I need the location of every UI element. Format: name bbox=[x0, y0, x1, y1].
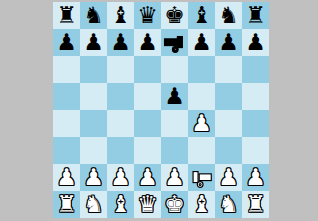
square-f4[interactable]: ♟ bbox=[188, 110, 215, 137]
square-d5[interactable] bbox=[134, 83, 161, 110]
square-f8[interactable]: ♝ bbox=[188, 2, 215, 29]
square-f7[interactable]: ♟ bbox=[188, 29, 215, 56]
white-pawn[interactable]: ♟ bbox=[191, 110, 212, 137]
square-g6[interactable] bbox=[215, 56, 242, 83]
square-g1[interactable]: ♞ bbox=[215, 191, 242, 218]
cannon-icon bbox=[190, 166, 213, 189]
square-h7[interactable]: ♟ bbox=[242, 29, 269, 56]
square-f2[interactable] bbox=[188, 164, 215, 191]
square-a1[interactable]: ♜ bbox=[53, 191, 80, 218]
square-h6[interactable] bbox=[242, 56, 269, 83]
square-c5[interactable] bbox=[107, 83, 134, 110]
square-b1[interactable]: ♞ bbox=[80, 191, 107, 218]
white-pawn[interactable]: ♟ bbox=[56, 164, 77, 191]
square-b7[interactable]: ♟ bbox=[80, 29, 107, 56]
square-h8[interactable]: ♜ bbox=[242, 2, 269, 29]
black-pawn[interactable]: ♟ bbox=[191, 29, 212, 56]
square-a6[interactable] bbox=[53, 56, 80, 83]
square-d8[interactable]: ♛ bbox=[134, 2, 161, 29]
square-c3[interactable] bbox=[107, 137, 134, 164]
square-e7[interactable] bbox=[161, 29, 188, 56]
square-b5[interactable] bbox=[80, 83, 107, 110]
black-cannon[interactable] bbox=[163, 31, 186, 54]
white-pawn[interactable]: ♟ bbox=[245, 164, 266, 191]
square-g7[interactable]: ♟ bbox=[215, 29, 242, 56]
square-a2[interactable]: ♟ bbox=[53, 164, 80, 191]
black-bishop[interactable]: ♝ bbox=[110, 2, 131, 29]
square-d6[interactable] bbox=[134, 56, 161, 83]
square-f6[interactable] bbox=[188, 56, 215, 83]
square-e1[interactable]: ♚ bbox=[161, 191, 188, 218]
white-pawn[interactable]: ♟ bbox=[218, 164, 239, 191]
square-h2[interactable]: ♟ bbox=[242, 164, 269, 191]
black-pawn[interactable]: ♟ bbox=[245, 29, 266, 56]
square-a4[interactable] bbox=[53, 110, 80, 137]
white-pawn[interactable]: ♟ bbox=[110, 164, 131, 191]
black-pawn[interactable]: ♟ bbox=[83, 29, 104, 56]
black-bishop[interactable]: ♝ bbox=[191, 2, 212, 29]
square-f3[interactable] bbox=[188, 137, 215, 164]
square-e6[interactable] bbox=[161, 56, 188, 83]
square-b6[interactable] bbox=[80, 56, 107, 83]
black-pawn[interactable]: ♟ bbox=[110, 29, 131, 56]
black-queen[interactable]: ♛ bbox=[137, 2, 158, 29]
chess-app-window: ♜♞♝♛♚♝♞♜♟♟♟♟♟♟♟♟♟♟♟♟♟♟♟♟♜♞♝♛♚♝♞♜ bbox=[0, 0, 318, 221]
black-rook[interactable]: ♜ bbox=[56, 2, 77, 29]
square-c7[interactable]: ♟ bbox=[107, 29, 134, 56]
square-c6[interactable] bbox=[107, 56, 134, 83]
square-g8[interactable]: ♞ bbox=[215, 2, 242, 29]
chess-board: ♜♞♝♛♚♝♞♜♟♟♟♟♟♟♟♟♟♟♟♟♟♟♟♟♜♞♝♛♚♝♞♜ bbox=[53, 2, 269, 218]
square-e5[interactable]: ♟ bbox=[161, 83, 188, 110]
square-c1[interactable]: ♝ bbox=[107, 191, 134, 218]
square-e8[interactable]: ♚ bbox=[161, 2, 188, 29]
square-c4[interactable] bbox=[107, 110, 134, 137]
black-pawn[interactable]: ♟ bbox=[137, 29, 158, 56]
white-cannon[interactable] bbox=[190, 166, 213, 189]
black-knight[interactable]: ♞ bbox=[83, 2, 104, 29]
black-pawn[interactable]: ♟ bbox=[218, 29, 239, 56]
square-b2[interactable]: ♟ bbox=[80, 164, 107, 191]
white-pawn[interactable]: ♟ bbox=[83, 164, 104, 191]
square-e2[interactable]: ♟ bbox=[161, 164, 188, 191]
square-g5[interactable] bbox=[215, 83, 242, 110]
square-b8[interactable]: ♞ bbox=[80, 2, 107, 29]
square-d2[interactable]: ♟ bbox=[134, 164, 161, 191]
square-a3[interactable] bbox=[53, 137, 80, 164]
cannon-icon bbox=[163, 31, 186, 54]
square-g2[interactable]: ♟ bbox=[215, 164, 242, 191]
square-h4[interactable] bbox=[242, 110, 269, 137]
white-bishop[interactable]: ♝ bbox=[110, 191, 131, 218]
square-c8[interactable]: ♝ bbox=[107, 2, 134, 29]
black-pawn[interactable]: ♟ bbox=[164, 83, 185, 110]
black-king[interactable]: ♚ bbox=[164, 2, 185, 29]
white-knight[interactable]: ♞ bbox=[218, 191, 239, 218]
square-c2[interactable]: ♟ bbox=[107, 164, 134, 191]
square-b4[interactable] bbox=[80, 110, 107, 137]
square-d7[interactable]: ♟ bbox=[134, 29, 161, 56]
square-f5[interactable] bbox=[188, 83, 215, 110]
white-knight[interactable]: ♞ bbox=[83, 191, 104, 218]
square-a7[interactable]: ♟ bbox=[53, 29, 80, 56]
square-h1[interactable]: ♜ bbox=[242, 191, 269, 218]
square-f1[interactable]: ♝ bbox=[188, 191, 215, 218]
square-b3[interactable] bbox=[80, 137, 107, 164]
square-d1[interactable]: ♛ bbox=[134, 191, 161, 218]
white-pawn[interactable]: ♟ bbox=[137, 164, 158, 191]
black-knight[interactable]: ♞ bbox=[218, 2, 239, 29]
square-e3[interactable] bbox=[161, 137, 188, 164]
square-h5[interactable] bbox=[242, 83, 269, 110]
square-g3[interactable] bbox=[215, 137, 242, 164]
square-g4[interactable] bbox=[215, 110, 242, 137]
white-king[interactable]: ♚ bbox=[164, 191, 185, 218]
white-pawn[interactable]: ♟ bbox=[164, 164, 185, 191]
white-rook[interactable]: ♜ bbox=[245, 191, 266, 218]
square-e4[interactable] bbox=[161, 110, 188, 137]
black-pawn[interactable]: ♟ bbox=[56, 29, 77, 56]
square-a5[interactable] bbox=[53, 83, 80, 110]
square-a8[interactable]: ♜ bbox=[53, 2, 80, 29]
white-queen[interactable]: ♛ bbox=[137, 191, 158, 218]
square-d4[interactable] bbox=[134, 110, 161, 137]
white-rook[interactable]: ♜ bbox=[56, 191, 77, 218]
black-rook[interactable]: ♜ bbox=[245, 2, 266, 29]
square-d3[interactable] bbox=[134, 137, 161, 164]
white-bishop[interactable]: ♝ bbox=[191, 191, 212, 218]
square-h3[interactable] bbox=[242, 137, 269, 164]
